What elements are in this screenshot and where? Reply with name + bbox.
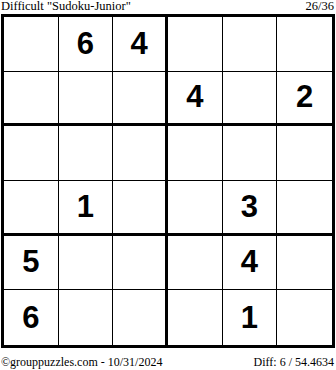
cell-r1c3[interactable]: 4 [113, 17, 168, 72]
cell-r6c3[interactable] [113, 290, 168, 345]
cell-r2c5[interactable] [223, 72, 278, 127]
cell-r6c1[interactable]: 6 [4, 290, 59, 345]
footer: ©grouppuzzles.com - 10/31/2024 Diff: 6 /… [0, 355, 336, 369]
cell-r5c5[interactable]: 4 [223, 236, 278, 291]
cell-r3c6[interactable] [277, 126, 332, 181]
cell-r1c2[interactable]: 6 [59, 17, 114, 72]
cell-r5c4[interactable] [168, 236, 223, 291]
cell-r5c2[interactable] [59, 236, 114, 291]
cell-r2c3[interactable] [113, 72, 168, 127]
cell-r6c5[interactable]: 1 [223, 290, 278, 345]
cell-r2c6[interactable]: 2 [277, 72, 332, 127]
cell-r6c4[interactable] [168, 290, 223, 345]
cell-r3c1[interactable] [4, 126, 59, 181]
cell-r3c4[interactable] [168, 126, 223, 181]
cell-r2c2[interactable] [59, 72, 114, 127]
cell-r4c4[interactable] [168, 181, 223, 236]
difficulty-label: Diff: 6 / 54.4634 [254, 355, 334, 369]
puzzle-title: Difficult "Sudoku-Junior" [1, 0, 131, 12]
cell-r4c2[interactable]: 1 [59, 181, 114, 236]
cell-r4c6[interactable] [277, 181, 332, 236]
empty-cells-counter: 26/36 [306, 0, 334, 12]
cell-r4c5[interactable]: 3 [223, 181, 278, 236]
cell-r2c4[interactable]: 4 [168, 72, 223, 127]
cell-r5c1[interactable]: 5 [4, 236, 59, 291]
header: Difficult "Sudoku-Junior" 26/36 [0, 0, 336, 13]
cell-r5c6[interactable] [277, 236, 332, 291]
cell-r6c2[interactable] [59, 290, 114, 345]
cell-r3c5[interactable] [223, 126, 278, 181]
cell-r2c1[interactable] [4, 72, 59, 127]
cell-r1c4[interactable] [168, 17, 223, 72]
cell-r4c1[interactable] [4, 181, 59, 236]
cell-r1c5[interactable] [223, 17, 278, 72]
cell-r1c1[interactable] [4, 17, 59, 72]
cell-r3c3[interactable] [113, 126, 168, 181]
cell-r4c3[interactable] [113, 181, 168, 236]
cell-r6c6[interactable] [277, 290, 332, 345]
cell-r3c2[interactable] [59, 126, 114, 181]
cell-r5c3[interactable] [113, 236, 168, 291]
sudoku-board: 6442135461 [1, 14, 335, 348]
cell-r1c6[interactable] [277, 17, 332, 72]
puzzle-page: Difficult "Sudoku-Junior" 26/36 64421354… [0, 0, 336, 370]
copyright-date-label: ©grouppuzzles.com - 10/31/2024 [1, 355, 162, 369]
